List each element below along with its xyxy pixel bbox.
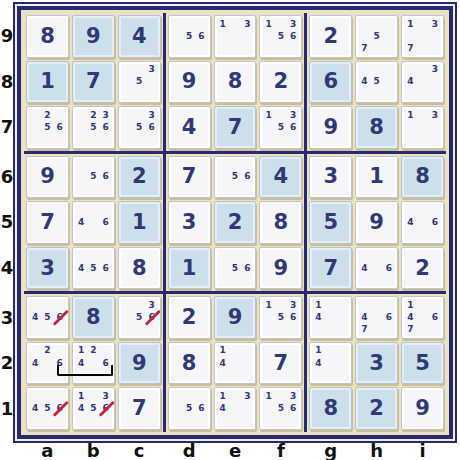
pencilmark-grid: 2356 (75, 109, 112, 146)
candidate-3: 3 (429, 18, 441, 30)
cell-c2[interactable]: 9 (118, 342, 161, 385)
cell-value: 9 (274, 258, 289, 279)
candidate-3: 3 (287, 18, 299, 30)
candidate-7: 7 (404, 324, 416, 336)
cell-h4[interactable]: 46 (355, 247, 398, 290)
sudoku-app: 8941735256235635656131356982471356257137… (0, 0, 460, 460)
box-7: 456835624612469456134567 (24, 294, 163, 432)
cell-value: 9 (86, 26, 101, 47)
candidate-1: 1 (217, 345, 229, 357)
cell-b4[interactable]: 456 (72, 247, 115, 290)
candidate-6: 6 (241, 171, 253, 183)
candidate-6: 6 (383, 312, 395, 324)
elimination-slash-icon (98, 400, 114, 416)
box-9: 1446714671435829 (307, 294, 446, 432)
candidate-4: 4 (404, 312, 416, 324)
cell-f2[interactable]: 7 (259, 342, 302, 385)
cell-e8[interactable]: 8 (214, 61, 257, 104)
candidate-2: 2 (87, 109, 99, 121)
candidate-7: 7 (358, 42, 370, 54)
cell-h6[interactable]: 1 (355, 156, 398, 199)
cell-value: 8 (274, 212, 289, 233)
row-label-7: 7 (1, 118, 14, 136)
pencilmark-grid: 46 (358, 250, 395, 287)
cell-value: 2 (415, 258, 430, 279)
candidate-6: 6 (145, 121, 157, 133)
cell-value: 4 (132, 26, 147, 47)
cell-f6[interactable]: 4 (259, 156, 302, 199)
candidate-2: 2 (41, 345, 53, 357)
cell-c5[interactable]: 1 (118, 201, 161, 244)
candidate-6: 6 (429, 312, 441, 324)
row-label-2: 2 (1, 354, 14, 372)
row-label-4: 4 (1, 259, 14, 277)
candidate-3: 3 (287, 109, 299, 121)
cell-value: 7 (182, 166, 197, 187)
pencilmark-grid: 137 (404, 18, 441, 55)
cell-value: 7 (40, 212, 55, 233)
candidate-6: 6 (54, 312, 66, 324)
candidate-3: 3 (145, 299, 157, 311)
candidate-6: 6 (145, 312, 157, 324)
pencilmark-grid: 1356 (262, 390, 299, 427)
pencilmark-grid: 456 (29, 390, 66, 427)
cell-a4[interactable]: 3 (26, 247, 69, 290)
cell-c1[interactable]: 7 (118, 387, 161, 430)
cell-g3[interactable]: 14 (309, 296, 352, 339)
pencilmark-grid: 356 (121, 109, 158, 146)
pencilmark-grid: 13456 (75, 390, 112, 427)
candidate-1: 1 (262, 299, 274, 311)
cell-value: 7 (132, 398, 147, 419)
link-bracket-a2-b2 (57, 365, 113, 376)
cell-h9[interactable]: 57 (355, 15, 398, 58)
cell-c8[interactable]: 35 (118, 61, 161, 104)
candidate-4: 4 (75, 216, 87, 228)
pencilmark-grid: 34 (404, 64, 441, 101)
cell-value: 8 (228, 71, 243, 92)
pencilmark-grid: 13 (217, 18, 254, 55)
cell-c3[interactable]: 356 (118, 296, 161, 339)
candidate-6: 6 (54, 403, 66, 415)
cell-a8[interactable]: 1 (26, 61, 69, 104)
candidate-4: 4 (75, 403, 87, 415)
cell-h8[interactable]: 45 (355, 61, 398, 104)
pencilmark-grid: 356 (121, 299, 158, 336)
cell-value: 7 (323, 258, 338, 279)
candidate-5: 5 (41, 403, 53, 415)
candidate-4: 4 (75, 262, 87, 274)
elimination-slash-icon (52, 309, 68, 325)
cell-value: 9 (182, 71, 197, 92)
pencilmark-grid: 14 (312, 345, 349, 382)
col-label-a: a (41, 442, 53, 460)
cell-a3[interactable]: 456 (26, 296, 69, 339)
pencilmark-grid: 1356 (262, 109, 299, 146)
candidate-6: 6 (429, 216, 441, 228)
pencilmark-grid: 456 (75, 250, 112, 287)
col-label-e: e (229, 442, 241, 460)
cell-e2[interactable]: 14 (214, 342, 257, 385)
cell-g2[interactable]: 14 (309, 342, 352, 385)
cell-value: 1 (40, 71, 55, 92)
candidate-5: 5 (229, 171, 241, 183)
cell-value: 7 (228, 117, 243, 138)
cell-value: 5 (415, 353, 430, 374)
candidate-4: 4 (217, 403, 229, 415)
candidate-5: 5 (183, 30, 195, 42)
cell-value: 8 (132, 258, 147, 279)
cell-d3[interactable]: 2 (168, 296, 211, 339)
cell-a9[interactable]: 8 (26, 15, 69, 58)
candidate-6: 6 (287, 30, 299, 42)
candidate-1: 1 (262, 109, 274, 121)
candidate-2: 2 (41, 109, 53, 121)
cell-value: 1 (369, 166, 384, 187)
cell-c6[interactable]: 2 (118, 156, 161, 199)
candidate-6: 6 (99, 216, 111, 228)
cell-i1[interactable]: 9 (401, 387, 444, 430)
candidate-5: 5 (87, 403, 99, 415)
cell-value: 8 (415, 166, 430, 187)
cell-e7[interactable]: 7 (214, 106, 257, 149)
cell-a5[interactable]: 7 (26, 201, 69, 244)
cell-value: 2 (274, 71, 289, 92)
candidate-4: 4 (29, 357, 41, 369)
candidate-5: 5 (133, 76, 145, 88)
pencilmark-grid: 134 (217, 390, 254, 427)
box-6: 31859467462 (307, 154, 446, 292)
pencilmark-grid: 14 (217, 345, 254, 382)
candidate-5: 5 (275, 30, 287, 42)
candidate-6: 6 (99, 262, 111, 274)
candidate-1: 1 (404, 109, 416, 121)
elimination-slash-icon (52, 400, 68, 416)
col-label-c: c (134, 442, 145, 460)
board-outer-border: 8941735256235635656131356982471356257137… (13, 2, 457, 443)
candidate-3: 3 (145, 109, 157, 121)
candidate-7: 7 (358, 324, 370, 336)
cell-d5[interactable]: 3 (168, 201, 211, 244)
candidate-5: 5 (133, 312, 145, 324)
candidate-6: 6 (99, 171, 111, 183)
cell-i3[interactable]: 1467 (401, 296, 444, 339)
cell-value: 6 (323, 71, 338, 92)
cell-value: 8 (323, 398, 338, 419)
row-label-3: 3 (1, 309, 14, 327)
cell-i2[interactable]: 5 (401, 342, 444, 385)
cell-value: 2 (182, 307, 197, 328)
candidate-3: 3 (241, 390, 253, 402)
cell-value: 3 (40, 258, 55, 279)
cell-d8[interactable]: 9 (168, 61, 211, 104)
cell-value: 3 (182, 212, 197, 233)
box-3: 257137645349813 (307, 13, 446, 151)
candidate-4: 4 (358, 312, 370, 324)
cell-i5[interactable]: 46 (401, 201, 444, 244)
row-label-5: 5 (1, 213, 14, 231)
pencilmark-grid: 56 (217, 250, 254, 287)
cell-d7[interactable]: 4 (168, 106, 211, 149)
cell-b3[interactable]: 8 (72, 296, 115, 339)
candidate-5: 5 (275, 312, 287, 324)
cell-d1[interactable]: 56 (168, 387, 211, 430)
candidate-5: 5 (183, 403, 195, 415)
candidate-5: 5 (371, 76, 383, 88)
pencilmark-grid: 45 (358, 64, 395, 101)
cell-b8[interactable]: 7 (72, 61, 115, 104)
cell-g9[interactable]: 2 (309, 15, 352, 58)
cell-i6[interactable]: 8 (401, 156, 444, 199)
cell-value: 2 (369, 398, 384, 419)
cell-value: 2 (323, 26, 338, 47)
candidate-6: 6 (241, 262, 253, 274)
candidate-3: 3 (99, 390, 111, 402)
cell-b7[interactable]: 2356 (72, 106, 115, 149)
pencilmark-grid: 46 (75, 204, 112, 241)
cell-b6[interactable]: 56 (72, 156, 115, 199)
cell-value: 7 (86, 71, 101, 92)
candidate-3: 3 (287, 299, 299, 311)
cell-value: 5 (323, 212, 338, 233)
sudoku-board: 8941735256235635656131356982471356257137… (13, 2, 457, 443)
cell-f1[interactable]: 1356 (259, 387, 302, 430)
cell-b9[interactable]: 9 (72, 15, 115, 58)
cell-i8[interactable]: 34 (401, 61, 444, 104)
pencilmark-grid: 56 (217, 159, 254, 196)
candidate-6: 6 (195, 403, 207, 415)
pencilmark-grid: 467 (358, 299, 395, 336)
cell-g7[interactable]: 9 (309, 106, 352, 149)
pencilmark-grid: 14 (312, 299, 349, 336)
cell-h5[interactable]: 9 (355, 201, 398, 244)
candidate-3: 3 (429, 64, 441, 76)
pencilmark-grid: 46 (404, 204, 441, 241)
row-label-8: 8 (1, 73, 14, 91)
cell-value: 8 (86, 307, 101, 328)
cell-h1[interactable]: 2 (355, 387, 398, 430)
cell-value: 4 (182, 117, 197, 138)
cell-f4[interactable]: 9 (259, 247, 302, 290)
pencilmark-grid: 57 (358, 18, 395, 55)
candidate-4: 4 (217, 357, 229, 369)
candidate-5: 5 (41, 121, 53, 133)
col-label-g: g (324, 442, 337, 460)
cell-f3[interactable]: 1356 (259, 296, 302, 339)
candidate-5: 5 (275, 403, 287, 415)
box-5: 75643281569 (166, 154, 305, 292)
candidate-1: 1 (75, 345, 87, 357)
candidate-5: 5 (87, 121, 99, 133)
candidate-6: 6 (99, 403, 111, 415)
candidate-6: 6 (54, 121, 66, 133)
cell-value: 2 (132, 166, 147, 187)
cell-value: 1 (132, 212, 147, 233)
cell-g1[interactable]: 8 (309, 387, 352, 430)
candidate-5: 5 (87, 171, 99, 183)
cell-g4[interactable]: 7 (309, 247, 352, 290)
pencilmark-grid: 56 (75, 159, 112, 196)
box-4: 9562746134568 (24, 154, 163, 292)
candidate-1: 1 (75, 390, 87, 402)
cell-i9[interactable]: 137 (401, 15, 444, 58)
cell-value: 8 (182, 353, 197, 374)
candidate-6: 6 (287, 121, 299, 133)
cell-b5[interactable]: 46 (72, 201, 115, 244)
cell-d9[interactable]: 56 (168, 15, 211, 58)
candidate-4: 4 (404, 216, 416, 228)
box-8: 2913568147561341356 (166, 294, 305, 432)
row-label-6: 6 (1, 168, 14, 186)
candidate-7: 7 (404, 42, 416, 54)
candidate-4: 4 (312, 312, 324, 324)
cell-b1[interactable]: 13456 (72, 387, 115, 430)
row-label-1: 1 (1, 400, 14, 418)
candidate-4: 4 (358, 262, 370, 274)
candidate-3: 3 (99, 109, 111, 121)
candidate-6: 6 (287, 312, 299, 324)
col-label-h: h (370, 442, 383, 460)
cell-value: 8 (40, 26, 55, 47)
candidate-5: 5 (371, 30, 383, 42)
candidate-4: 4 (358, 76, 370, 88)
cell-h7[interactable]: 8 (355, 106, 398, 149)
candidate-1: 1 (262, 390, 274, 402)
cell-d4[interactable]: 1 (168, 247, 211, 290)
cell-f5[interactable]: 8 (259, 201, 302, 244)
cell-value: 8 (369, 117, 384, 138)
candidate-5: 5 (133, 121, 145, 133)
cell-value: 9 (40, 166, 55, 187)
candidate-1: 1 (217, 390, 229, 402)
cell-value: 9 (369, 212, 384, 233)
cell-f9[interactable]: 1356 (259, 15, 302, 58)
candidate-3: 3 (241, 18, 253, 30)
cell-h2[interactable]: 3 (355, 342, 398, 385)
cell-a2[interactable]: 246 (26, 342, 69, 385)
box-1: 89417352562356356 (24, 13, 163, 151)
candidate-1: 1 (404, 299, 416, 311)
cell-e9[interactable]: 13 (214, 15, 257, 58)
cell-c7[interactable]: 356 (118, 106, 161, 149)
cell-a6[interactable]: 9 (26, 156, 69, 199)
candidate-3: 3 (287, 390, 299, 402)
box-2: 56131356982471356 (166, 13, 305, 151)
cell-e5[interactable]: 2 (214, 201, 257, 244)
candidate-5: 5 (41, 312, 53, 324)
candidate-5: 5 (275, 121, 287, 133)
cell-e6[interactable]: 56 (214, 156, 257, 199)
candidate-1: 1 (262, 18, 274, 30)
pencilmark-grid: 1356 (262, 18, 299, 55)
cell-value: 1 (182, 258, 197, 279)
cell-e1[interactable]: 134 (214, 387, 257, 430)
cell-value: 9 (228, 307, 243, 328)
candidate-5: 5 (87, 262, 99, 274)
pencilmark-grid: 35 (121, 64, 158, 101)
row-label-9: 9 (1, 27, 14, 45)
candidate-6: 6 (195, 30, 207, 42)
candidate-4: 4 (404, 76, 416, 88)
cell-value: 2 (228, 212, 243, 233)
cell-value: 7 (274, 353, 289, 374)
cell-f7[interactable]: 1356 (259, 106, 302, 149)
cell-d2[interactable]: 8 (168, 342, 211, 385)
candidate-6: 6 (383, 262, 395, 274)
cell-b2[interactable]: 1246 (72, 342, 115, 385)
cell-h3[interactable]: 467 (355, 296, 398, 339)
cell-i7[interactable]: 13 (401, 106, 444, 149)
candidate-6: 6 (99, 121, 111, 133)
candidate-5: 5 (229, 262, 241, 274)
cell-g5[interactable]: 5 (309, 201, 352, 244)
candidate-1: 1 (217, 18, 229, 30)
pencilmark-grid: 1356 (262, 299, 299, 336)
candidate-4: 4 (29, 312, 41, 324)
cell-d6[interactable]: 7 (168, 156, 211, 199)
col-label-d: d (183, 442, 196, 460)
cell-c4[interactable]: 8 (118, 247, 161, 290)
candidate-1: 1 (312, 299, 324, 311)
cell-i4[interactable]: 2 (401, 247, 444, 290)
candidate-3: 3 (145, 64, 157, 76)
col-label-i: i (419, 442, 425, 460)
pencilmark-grid: 56 (171, 18, 208, 55)
cell-value: 3 (369, 353, 384, 374)
candidate-1: 1 (404, 18, 416, 30)
candidate-6: 6 (287, 403, 299, 415)
candidate-2: 2 (87, 345, 99, 357)
cell-g6[interactable]: 3 (309, 156, 352, 199)
cell-value: 9 (415, 398, 430, 419)
cell-value: 3 (323, 166, 338, 187)
col-label-f: f (277, 442, 285, 460)
elimination-slash-icon (144, 309, 160, 325)
cell-f8[interactable]: 2 (259, 61, 302, 104)
cell-value: 9 (323, 117, 338, 138)
pencilmark-grid: 456 (29, 299, 66, 336)
cell-value: 4 (274, 166, 289, 187)
cell-e4[interactable]: 56 (214, 247, 257, 290)
pencilmark-grid: 256 (29, 109, 66, 146)
cell-e3[interactable]: 9 (214, 296, 257, 339)
cell-c9[interactable]: 4 (118, 15, 161, 58)
candidate-4: 4 (29, 403, 41, 415)
candidate-4: 4 (312, 357, 324, 369)
cell-a7[interactable]: 256 (26, 106, 69, 149)
pencilmark-grid: 1467 (404, 299, 441, 336)
cell-g8[interactable]: 6 (309, 61, 352, 104)
col-label-b: b (87, 442, 100, 460)
pencilmark-grid: 13 (404, 109, 441, 146)
cell-a1[interactable]: 456 (26, 387, 69, 430)
candidate-3: 3 (429, 109, 441, 121)
candidate-1: 1 (312, 345, 324, 357)
cell-value: 9 (132, 353, 147, 374)
pencilmark-grid: 56 (171, 390, 208, 427)
